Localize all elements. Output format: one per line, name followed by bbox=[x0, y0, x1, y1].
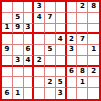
cell-r7c3[interactable] bbox=[24, 67, 35, 78]
cell-r2c5[interactable]: 7 bbox=[45, 13, 56, 24]
cell-r4c7[interactable]: 2 bbox=[67, 34, 78, 45]
cell-r5c5[interactable]: 5 bbox=[45, 45, 56, 56]
cell-r5c2[interactable] bbox=[13, 45, 24, 56]
cell-r8c6[interactable]: 5 bbox=[56, 77, 67, 88]
cell-r2c8[interactable] bbox=[77, 13, 88, 24]
cell-r3c4[interactable] bbox=[34, 24, 45, 35]
cell-r1c9[interactable]: 8 bbox=[88, 2, 99, 13]
cell-r2c2[interactable]: 5 bbox=[13, 13, 24, 24]
cell-r1c5[interactable] bbox=[45, 2, 56, 13]
cell-r3c7[interactable] bbox=[67, 24, 78, 35]
cell-r9c6[interactable]: 3 bbox=[56, 88, 67, 99]
cell-r8c1[interactable] bbox=[2, 77, 13, 88]
cell-r6c4[interactable]: 2 bbox=[34, 56, 45, 67]
cell-r3c8[interactable] bbox=[77, 24, 88, 35]
cell-r5c9[interactable]: 1 bbox=[88, 45, 99, 56]
cell-r2c9[interactable] bbox=[88, 13, 99, 24]
cell-r8c4[interactable] bbox=[34, 77, 45, 88]
cell-r3c6[interactable] bbox=[56, 24, 67, 35]
cell-r8c2[interactable] bbox=[13, 77, 24, 88]
cell-r6c7[interactable] bbox=[67, 56, 78, 67]
cell-r3c2[interactable]: 9 bbox=[13, 24, 24, 35]
cell-r7c1[interactable] bbox=[2, 67, 13, 78]
cell-r4c4[interactable] bbox=[34, 34, 45, 45]
cell-r7c2[interactable] bbox=[13, 67, 24, 78]
cell-r6c5[interactable] bbox=[45, 56, 56, 67]
cell-r3c1[interactable]: 1 bbox=[2, 24, 13, 35]
cell-r8c3[interactable] bbox=[24, 77, 35, 88]
cell-r9c2[interactable]: 1 bbox=[13, 88, 24, 99]
cell-r6c3[interactable]: 4 bbox=[24, 56, 35, 67]
cell-r1c6[interactable] bbox=[56, 2, 67, 13]
cell-r2c3[interactable] bbox=[24, 13, 35, 24]
cell-r7c9[interactable]: 2 bbox=[88, 67, 99, 78]
cell-r9c4[interactable] bbox=[34, 88, 45, 99]
cell-r5c8[interactable] bbox=[77, 45, 88, 56]
cell-r7c7[interactable]: 6 bbox=[67, 67, 78, 78]
cell-r1c4[interactable]: 3 bbox=[34, 2, 45, 13]
cell-r1c2[interactable] bbox=[13, 2, 24, 13]
cell-r4c1[interactable] bbox=[2, 34, 13, 45]
cell-r2c4[interactable]: 4 bbox=[34, 13, 45, 24]
cell-r4c3[interactable] bbox=[24, 34, 35, 45]
cell-r8c5[interactable]: 2 bbox=[45, 77, 56, 88]
cell-r9c7[interactable] bbox=[67, 88, 78, 99]
cell-r4c8[interactable]: 7 bbox=[77, 34, 88, 45]
cell-r6c9[interactable] bbox=[88, 56, 99, 67]
cell-r8c9[interactable] bbox=[88, 77, 99, 88]
cell-r4c5[interactable] bbox=[45, 34, 56, 45]
cell-r8c8[interactable]: 1 bbox=[77, 77, 88, 88]
cell-r4c9[interactable] bbox=[88, 34, 99, 45]
cell-r7c6[interactable] bbox=[56, 67, 67, 78]
cell-r7c8[interactable]: 8 bbox=[77, 67, 88, 78]
cell-r1c1[interactable] bbox=[2, 2, 13, 13]
cell-r1c7[interactable] bbox=[67, 2, 78, 13]
cell-r9c5[interactable] bbox=[45, 88, 56, 99]
cell-r6c6[interactable] bbox=[56, 56, 67, 67]
cell-r9c9[interactable] bbox=[88, 88, 99, 99]
cell-r5c7[interactable]: 3 bbox=[67, 45, 78, 56]
cell-r3c5[interactable] bbox=[45, 24, 56, 35]
cell-r4c2[interactable] bbox=[13, 34, 24, 45]
sudoku-grid: 32854719342796531342682251613 bbox=[0, 0, 101, 101]
cell-r5c4[interactable] bbox=[34, 45, 45, 56]
cell-r5c3[interactable]: 6 bbox=[24, 45, 35, 56]
cell-r3c3[interactable]: 3 bbox=[24, 24, 35, 35]
cell-r2c6[interactable] bbox=[56, 13, 67, 24]
cell-r5c1[interactable]: 9 bbox=[2, 45, 13, 56]
cell-r1c3[interactable] bbox=[24, 2, 35, 13]
cell-r2c1[interactable] bbox=[2, 13, 13, 24]
cell-r6c8[interactable] bbox=[77, 56, 88, 67]
cell-r7c4[interactable] bbox=[34, 67, 45, 78]
cell-r8c7[interactable] bbox=[67, 77, 78, 88]
cell-r5c6[interactable] bbox=[56, 45, 67, 56]
cell-r6c1[interactable] bbox=[2, 56, 13, 67]
cell-r2c7[interactable] bbox=[67, 13, 78, 24]
cell-r7c5[interactable] bbox=[45, 67, 56, 78]
cell-r9c1[interactable]: 6 bbox=[2, 88, 13, 99]
cell-r6c2[interactable]: 3 bbox=[13, 56, 24, 67]
cell-r1c8[interactable]: 2 bbox=[77, 2, 88, 13]
cell-r9c3[interactable] bbox=[24, 88, 35, 99]
cell-r9c8[interactable] bbox=[77, 88, 88, 99]
cell-r3c9[interactable] bbox=[88, 24, 99, 35]
cell-r4c6[interactable]: 4 bbox=[56, 34, 67, 45]
